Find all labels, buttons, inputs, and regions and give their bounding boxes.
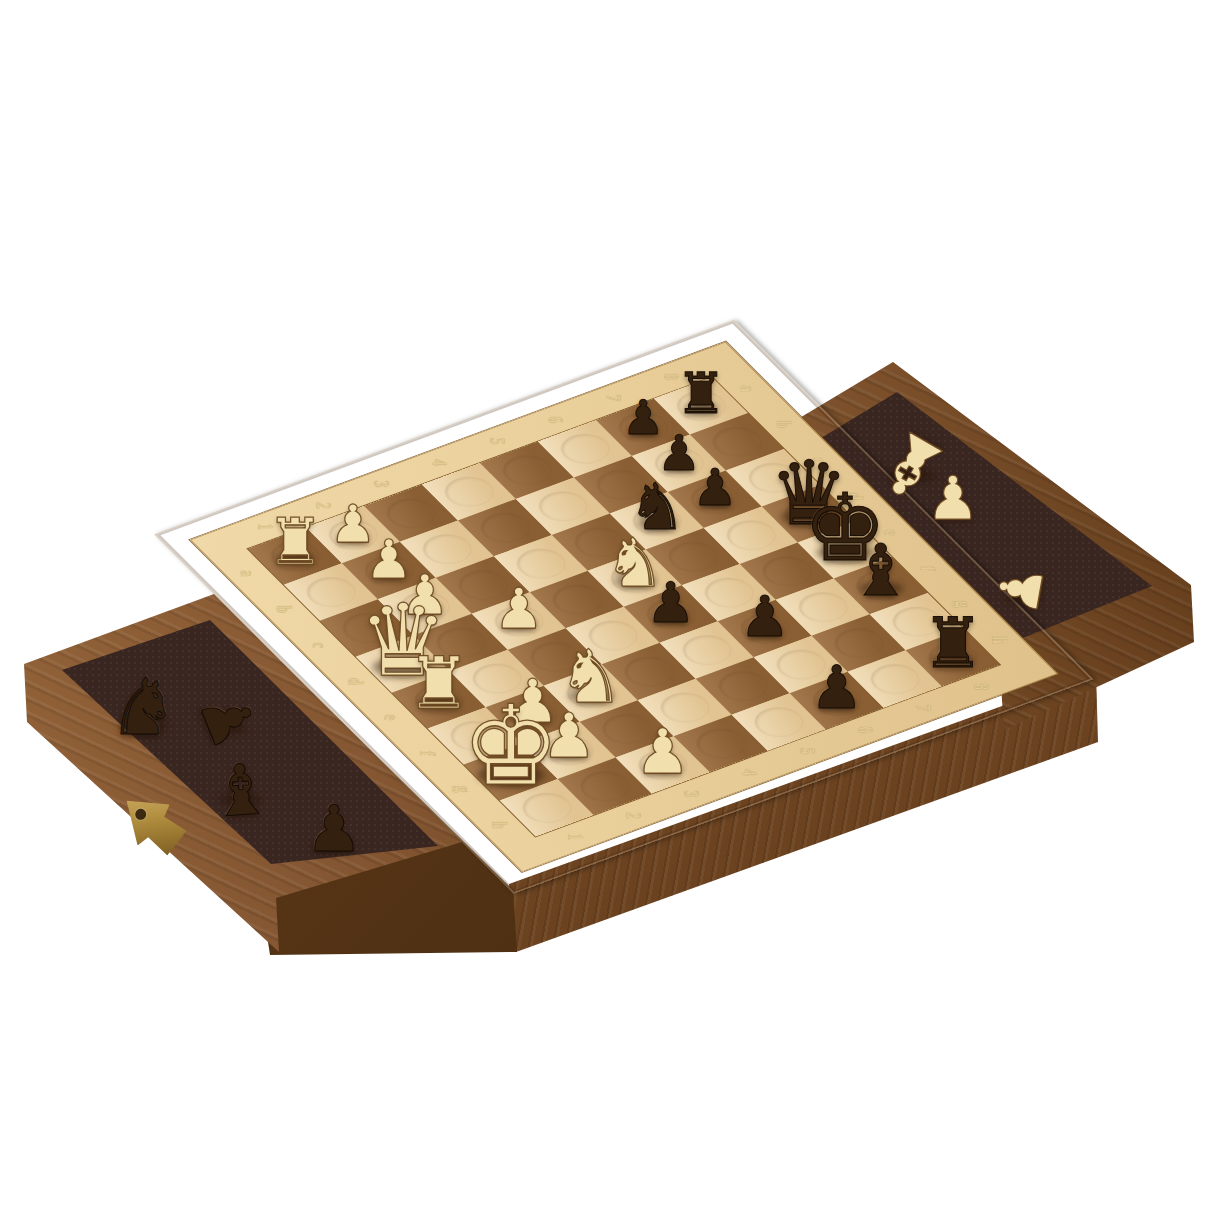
chess-set-photo: 1122334455667788aabbccddeeffgghh ♜♟♟♟♛♜♟…	[0, 0, 1214, 1214]
piece-wP-right-drawer-1[interactable]: ♟	[926, 468, 980, 528]
piece-bP-c7[interactable]: ♟	[692, 464, 737, 515]
piece-wP-right-drawer-2[interactable]: ♟	[989, 560, 1053, 619]
piece-bR-h8[interactable]: ♜	[922, 608, 984, 678]
piece-bP-e5[interactable]: ♟	[646, 575, 696, 631]
piece-wP-h3[interactable]: ♟	[635, 721, 691, 783]
piece-bR-a8[interactable]: ♜	[676, 366, 726, 422]
piece-wR-a1[interactable]: ♜	[266, 510, 324, 574]
piece-bB-left-drawer-2[interactable]: ♝	[207, 753, 274, 827]
piece-wP-d3[interactable]: ♟	[494, 581, 544, 637]
piece-bP-f6[interactable]: ♟	[740, 589, 791, 645]
piece-wK-g1[interactable]: ♚	[461, 691, 560, 801]
piece-bN-left-drawer-0[interactable]: ♞	[108, 668, 178, 746]
piece-bP-h6[interactable]: ♟	[810, 658, 863, 717]
piece-bP-left-drawer-3[interactable]: ♟	[305, 797, 362, 861]
piece-bB-f8[interactable]: ♝	[849, 534, 913, 605]
